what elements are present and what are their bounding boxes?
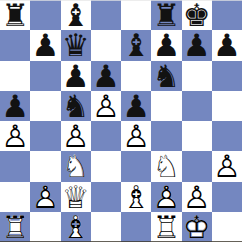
piece-white-rook[interactable]: ♜♖ bbox=[151, 212, 181, 242]
square-b2[interactable]: ♟♙ bbox=[30, 182, 60, 212]
square-e1[interactable] bbox=[121, 212, 151, 242]
chess-board: ♜♝♜♚♟♛♝♟♟♟♟♟♞♟♞♟♙♟♟♙♟♙♟♙♞♘♞♘♟♙♟♙♛♕♝♗♟♙♟♙… bbox=[0, 0, 242, 242]
white-piece-outline: ♖ bbox=[151, 212, 181, 242]
square-c8[interactable]: ♝ bbox=[61, 0, 91, 30]
square-e3[interactable] bbox=[121, 151, 151, 181]
white-piece-outline: ♕ bbox=[61, 182, 91, 212]
square-f8[interactable]: ♜ bbox=[151, 0, 181, 30]
piece-white-rook[interactable]: ♜♖ bbox=[0, 212, 30, 242]
square-d1[interactable] bbox=[91, 212, 121, 242]
square-f4[interactable] bbox=[151, 121, 181, 151]
square-h3[interactable]: ♟♙ bbox=[212, 151, 242, 181]
piece-black-pawn[interactable]: ♟ bbox=[91, 61, 121, 91]
square-g8[interactable]: ♚ bbox=[182, 0, 212, 30]
square-g3[interactable] bbox=[182, 151, 212, 181]
piece-white-queen[interactable]: ♛♕ bbox=[61, 182, 91, 212]
white-piece-outline: ♙ bbox=[121, 121, 151, 151]
piece-white-pawn[interactable]: ♟♙ bbox=[61, 121, 91, 151]
square-c5[interactable]: ♞ bbox=[61, 91, 91, 121]
square-a2[interactable] bbox=[0, 182, 30, 212]
square-e5[interactable]: ♟ bbox=[121, 91, 151, 121]
piece-white-pawn[interactable]: ♟♙ bbox=[212, 151, 242, 181]
square-f5[interactable] bbox=[151, 91, 181, 121]
chess-board-widget: ♜♝♜♚♟♛♝♟♟♟♟♟♞♟♞♟♙♟♟♙♟♙♟♙♞♘♞♘♟♙♟♙♛♕♝♗♟♙♟♙… bbox=[0, 0, 242, 242]
square-b5[interactable] bbox=[30, 91, 60, 121]
square-a8[interactable]: ♜ bbox=[0, 0, 30, 30]
piece-black-pawn[interactable]: ♟ bbox=[0, 91, 30, 121]
square-b7[interactable]: ♟ bbox=[30, 30, 60, 60]
square-f1[interactable]: ♜♖ bbox=[151, 212, 181, 242]
square-a3[interactable] bbox=[0, 151, 30, 181]
square-c2[interactable]: ♛♕ bbox=[61, 182, 91, 212]
square-h4[interactable] bbox=[212, 121, 242, 151]
white-piece-outline: ♖ bbox=[0, 212, 30, 242]
square-c4[interactable]: ♟♙ bbox=[61, 121, 91, 151]
white-piece-outline: ♘ bbox=[151, 151, 181, 181]
square-h5[interactable] bbox=[212, 91, 242, 121]
piece-white-bishop[interactable]: ♝♗ bbox=[61, 212, 91, 242]
square-d7[interactable] bbox=[91, 30, 121, 60]
piece-black-rook[interactable]: ♜ bbox=[151, 0, 181, 30]
square-b8[interactable] bbox=[30, 0, 60, 30]
piece-white-pawn[interactable]: ♟♙ bbox=[30, 182, 60, 212]
white-piece-outline: ♗ bbox=[121, 182, 151, 212]
white-piece-outline: ♙ bbox=[182, 182, 212, 212]
piece-white-knight[interactable]: ♞♘ bbox=[61, 151, 91, 181]
square-e8[interactable] bbox=[121, 0, 151, 30]
square-g1[interactable]: ♚♔ bbox=[182, 212, 212, 242]
square-b3[interactable] bbox=[30, 151, 60, 181]
square-c1[interactable]: ♝♗ bbox=[61, 212, 91, 242]
square-g4[interactable] bbox=[182, 121, 212, 151]
piece-white-pawn[interactable]: ♟♙ bbox=[0, 121, 30, 151]
white-piece-outline: ♙ bbox=[61, 121, 91, 151]
square-b1[interactable] bbox=[30, 212, 60, 242]
square-f7[interactable]: ♟ bbox=[151, 30, 181, 60]
white-piece-outline: ♙ bbox=[151, 182, 181, 212]
piece-black-knight[interactable]: ♞ bbox=[151, 61, 181, 91]
square-e7[interactable]: ♝ bbox=[121, 30, 151, 60]
square-e4[interactable]: ♟♙ bbox=[121, 121, 151, 151]
square-g5[interactable] bbox=[182, 91, 212, 121]
white-piece-outline: ♙ bbox=[0, 121, 30, 151]
square-g2[interactable]: ♟♙ bbox=[182, 182, 212, 212]
square-h2[interactable] bbox=[212, 182, 242, 212]
square-d2[interactable] bbox=[91, 182, 121, 212]
white-piece-outline: ♙ bbox=[91, 91, 121, 121]
square-g7[interactable]: ♟ bbox=[182, 30, 212, 60]
white-piece-outline: ♔ bbox=[182, 212, 212, 242]
square-f2[interactable]: ♟♙ bbox=[151, 182, 181, 212]
piece-white-pawn[interactable]: ♟♙ bbox=[121, 121, 151, 151]
piece-white-bishop[interactable]: ♝♗ bbox=[121, 182, 151, 212]
square-h6[interactable] bbox=[212, 61, 242, 91]
square-b6[interactable] bbox=[30, 61, 60, 91]
square-h7[interactable]: ♟ bbox=[212, 30, 242, 60]
square-d4[interactable] bbox=[91, 121, 121, 151]
piece-black-pawn[interactable]: ♟ bbox=[182, 30, 212, 60]
piece-white-king[interactable]: ♚♔ bbox=[182, 212, 212, 242]
piece-white-pawn[interactable]: ♟♙ bbox=[91, 91, 121, 121]
piece-black-pawn[interactable]: ♟ bbox=[151, 30, 181, 60]
square-a6[interactable] bbox=[0, 61, 30, 91]
piece-black-pawn[interactable]: ♟ bbox=[121, 91, 151, 121]
square-d6[interactable]: ♟ bbox=[91, 61, 121, 91]
square-a5[interactable]: ♟ bbox=[0, 91, 30, 121]
square-e6[interactable] bbox=[121, 61, 151, 91]
square-a4[interactable]: ♟♙ bbox=[0, 121, 30, 151]
square-a7[interactable] bbox=[0, 30, 30, 60]
square-a1[interactable]: ♜♖ bbox=[0, 212, 30, 242]
piece-black-pawn[interactable]: ♟ bbox=[61, 61, 91, 91]
piece-black-bishop[interactable]: ♝ bbox=[121, 30, 151, 60]
square-d8[interactable] bbox=[91, 0, 121, 30]
white-piece-outline: ♘ bbox=[61, 151, 91, 181]
piece-white-pawn[interactable]: ♟♙ bbox=[182, 182, 212, 212]
piece-white-knight[interactable]: ♞♘ bbox=[151, 151, 181, 181]
square-g6[interactable] bbox=[182, 61, 212, 91]
piece-black-knight[interactable]: ♞ bbox=[61, 91, 91, 121]
piece-black-pawn[interactable]: ♟ bbox=[30, 30, 60, 60]
piece-black-rook[interactable]: ♜ bbox=[0, 0, 30, 30]
piece-black-king[interactable]: ♚ bbox=[182, 0, 212, 30]
piece-black-queen[interactable]: ♛ bbox=[61, 30, 91, 60]
square-b4[interactable] bbox=[30, 121, 60, 151]
square-d3[interactable] bbox=[91, 151, 121, 181]
square-h1[interactable] bbox=[212, 212, 242, 242]
white-piece-outline: ♙ bbox=[30, 182, 60, 212]
square-c6[interactable]: ♟ bbox=[61, 61, 91, 91]
square-h8[interactable] bbox=[212, 0, 242, 30]
square-d5[interactable]: ♟♙ bbox=[91, 91, 121, 121]
white-piece-outline: ♗ bbox=[61, 212, 91, 242]
white-piece-outline: ♙ bbox=[212, 151, 242, 181]
square-e2[interactable]: ♝♗ bbox=[121, 182, 151, 212]
piece-black-bishop[interactable]: ♝ bbox=[61, 0, 91, 30]
square-f6[interactable]: ♞ bbox=[151, 61, 181, 91]
piece-white-pawn[interactable]: ♟♙ bbox=[151, 182, 181, 212]
square-c7[interactable]: ♛ bbox=[61, 30, 91, 60]
square-f3[interactable]: ♞♘ bbox=[151, 151, 181, 181]
piece-black-pawn[interactable]: ♟ bbox=[212, 30, 242, 60]
square-c3[interactable]: ♞♘ bbox=[61, 151, 91, 181]
